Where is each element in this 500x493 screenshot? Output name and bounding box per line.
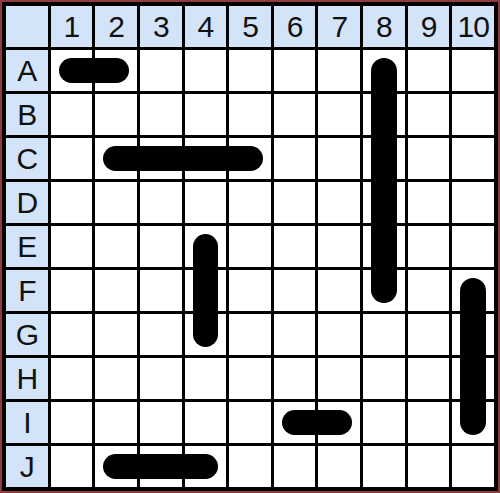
cell-D4[interactable] [185,182,227,223]
cell-D2[interactable] [95,182,137,223]
cell-E2[interactable] [95,226,137,267]
cell-D10[interactable] [452,182,494,223]
cell-A4[interactable] [185,50,227,91]
cell-E5[interactable] [229,226,271,267]
cell-G5[interactable] [229,314,271,355]
cell-G9[interactable] [408,314,450,355]
cell-D5[interactable] [229,182,271,223]
cell-H9[interactable] [408,358,450,399]
column-header-9: 9 [408,6,450,47]
cell-B3[interactable] [140,94,182,135]
row-header-J: J [6,446,48,487]
cell-C6[interactable] [274,138,316,179]
cell-B1[interactable] [51,94,93,135]
cell-H7[interactable] [318,358,360,399]
row-header-H: H [6,358,48,399]
cell-C7[interactable] [318,138,360,179]
column-header-2: 2 [95,6,137,47]
cell-I9[interactable] [408,402,450,443]
cell-E7[interactable] [318,226,360,267]
column-header-3: 3 [140,6,182,47]
cell-C9[interactable] [408,138,450,179]
cell-A7[interactable] [318,50,360,91]
cell-J6[interactable] [274,446,316,487]
cell-D6[interactable] [274,182,316,223]
cell-F5[interactable] [229,270,271,311]
corner-cell [6,6,48,47]
cell-H2[interactable] [95,358,137,399]
cell-G6[interactable] [274,314,316,355]
cell-J1[interactable] [51,446,93,487]
cell-A3[interactable] [140,50,182,91]
row-header-F: F [6,270,48,311]
column-header-10: 10 [452,6,494,47]
column-header-4: 4 [185,6,227,47]
row-header-E: E [6,226,48,267]
ship-A8-F8[interactable] [371,58,397,303]
cell-I8[interactable] [363,402,405,443]
cell-G8[interactable] [363,314,405,355]
cell-A9[interactable] [408,50,450,91]
cell-I5[interactable] [229,402,271,443]
cell-C10[interactable] [452,138,494,179]
ship-E4-G4[interactable] [193,234,219,347]
cell-F7[interactable] [318,270,360,311]
column-header-5: 5 [229,6,271,47]
cell-H6[interactable] [274,358,316,399]
cell-B7[interactable] [318,94,360,135]
cell-B5[interactable] [229,94,271,135]
battleship-grid: 12345678910ABCDEFGHIJ [2,2,498,491]
cell-F1[interactable] [51,270,93,311]
column-header-6: 6 [274,6,316,47]
ship-C2-C5[interactable] [103,146,263,171]
cell-F3[interactable] [140,270,182,311]
column-header-8: 8 [363,6,405,47]
cell-G7[interactable] [318,314,360,355]
cell-E3[interactable] [140,226,182,267]
cell-I1[interactable] [51,402,93,443]
cell-E9[interactable] [408,226,450,267]
cell-H3[interactable] [140,358,182,399]
cell-G1[interactable] [51,314,93,355]
cell-G3[interactable] [140,314,182,355]
cell-J5[interactable] [229,446,271,487]
cell-D9[interactable] [408,182,450,223]
cell-H8[interactable] [363,358,405,399]
row-header-A: A [6,50,48,91]
cell-A5[interactable] [229,50,271,91]
cell-J10[interactable] [452,446,494,487]
cell-B9[interactable] [408,94,450,135]
ship-J2-J4[interactable] [103,454,218,479]
cell-A10[interactable] [452,50,494,91]
cell-H1[interactable] [51,358,93,399]
row-header-I: I [6,402,48,443]
cell-D7[interactable] [318,182,360,223]
cell-D1[interactable] [51,182,93,223]
cell-B4[interactable] [185,94,227,135]
column-header-1: 1 [51,6,93,47]
cell-E6[interactable] [274,226,316,267]
cell-B10[interactable] [452,94,494,135]
ship-F10-I10[interactable] [460,278,486,435]
cell-I4[interactable] [185,402,227,443]
cell-D3[interactable] [140,182,182,223]
ship-A1-A2[interactable] [59,58,129,83]
cell-B6[interactable] [274,94,316,135]
cell-I3[interactable] [140,402,182,443]
cell-H4[interactable] [185,358,227,399]
cell-A6[interactable] [274,50,316,91]
cell-J9[interactable] [408,446,450,487]
battleship-board: 12345678910ABCDEFGHIJ [0,0,500,493]
cell-G2[interactable] [95,314,137,355]
cell-I2[interactable] [95,402,137,443]
cell-J8[interactable] [363,446,405,487]
cell-B2[interactable] [95,94,137,135]
cell-F2[interactable] [95,270,137,311]
row-header-C: C [6,138,48,179]
cell-F6[interactable] [274,270,316,311]
cell-C1[interactable] [51,138,93,179]
row-header-G: G [6,314,48,355]
ship-I6-I7[interactable] [282,410,352,435]
cell-E1[interactable] [51,226,93,267]
cell-E10[interactable] [452,226,494,267]
cell-J7[interactable] [318,446,360,487]
row-header-D: D [6,182,48,223]
cell-H5[interactable] [229,358,271,399]
cell-F9[interactable] [408,270,450,311]
column-header-7: 7 [318,6,360,47]
row-header-B: B [6,94,48,135]
